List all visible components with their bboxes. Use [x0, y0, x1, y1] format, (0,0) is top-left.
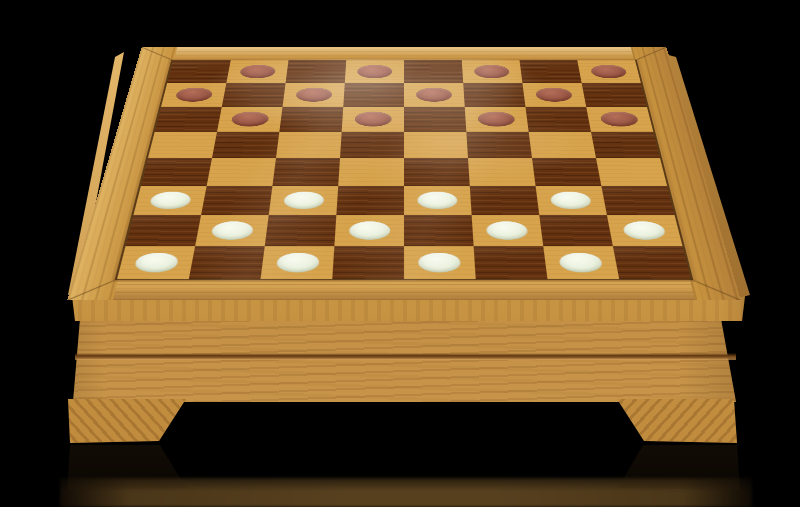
white-checker-c1[interactable]: [276, 253, 320, 273]
white-checker-a3[interactable]: [149, 192, 193, 209]
white-checker-f2[interactable]: [486, 221, 529, 239]
white-checker-c3[interactable]: [283, 192, 324, 209]
box-body-groove: [75, 353, 736, 360]
frame-miter-bottom-right: [690, 279, 741, 301]
board-top-surface: [67, 47, 741, 300]
white-checker-g3[interactable]: [550, 192, 592, 209]
red-checker-c7[interactable]: [295, 88, 332, 102]
frame-miter-top-left: [138, 47, 178, 61]
red-checker-f8[interactable]: [474, 65, 510, 78]
frame-miter-bottom-left: [67, 279, 118, 301]
red-checker-b6[interactable]: [231, 112, 270, 127]
pieces-layer: [117, 60, 691, 279]
white-checker-d2[interactable]: [349, 221, 390, 239]
red-checker-a7[interactable]: [175, 88, 214, 102]
red-checker-h8[interactable]: [590, 65, 628, 78]
red-checker-b8[interactable]: [239, 65, 276, 78]
frame-miter-top-right: [631, 47, 671, 61]
red-checker-d8[interactable]: [357, 65, 392, 78]
red-checker-e7[interactable]: [416, 88, 452, 102]
red-checker-h6[interactable]: [600, 112, 640, 127]
white-checker-b2[interactable]: [210, 221, 254, 239]
white-checker-h2[interactable]: [622, 221, 667, 239]
white-checker-a1[interactable]: [133, 253, 179, 273]
red-checker-g7[interactable]: [535, 88, 573, 102]
scene: [0, 0, 800, 507]
white-checker-e1[interactable]: [418, 253, 461, 273]
red-checker-f6[interactable]: [477, 112, 515, 127]
frame-rail-top: [138, 47, 671, 61]
white-checker-e3[interactable]: [417, 192, 457, 209]
red-checker-d6[interactable]: [355, 112, 392, 127]
frame-rail-bottom: [67, 279, 741, 301]
white-checker-g1[interactable]: [558, 253, 603, 273]
